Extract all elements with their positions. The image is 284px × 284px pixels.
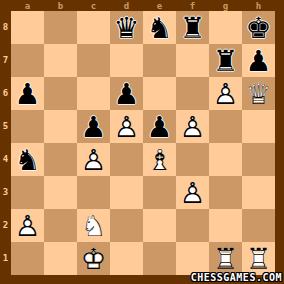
- file-label-d: d: [110, 0, 143, 11]
- square-d3[interactable]: [110, 176, 143, 209]
- piece-white-queen-icon: ♛: [242, 77, 275, 110]
- file-label-f: f: [176, 0, 209, 11]
- site-watermark: CHESSGAMES.COM: [191, 272, 282, 284]
- square-h5[interactable]: [242, 110, 275, 143]
- piece-white-pawn-icon: ♟: [77, 143, 110, 176]
- piece-white-bishop-icon: ♝: [143, 143, 176, 176]
- square-e7[interactable]: [143, 44, 176, 77]
- square-d1[interactable]: [110, 242, 143, 275]
- chess-diagram: abcdefgh 87654321 ♛♞♜♚♜♟♟♟♟♙♛♕♟♟♙♟♟♙♞♟♙♝…: [0, 0, 284, 284]
- piece-black-pawn-on-d6[interactable]: ♟: [110, 77, 143, 110]
- piece-white-pawn-icon: ♟: [11, 209, 44, 242]
- piece-black-pawn-on-c5[interactable]: ♟: [77, 110, 110, 143]
- rank-label-1: 1: [0, 242, 11, 275]
- piece-white-pawn-on-d5[interactable]: ♟♙: [110, 110, 143, 143]
- rank-label-3: 3: [0, 176, 11, 209]
- piece-white-pawn-icon: ♟: [176, 110, 209, 143]
- square-e6[interactable]: [143, 77, 176, 110]
- rank-label-5: 5: [0, 110, 11, 143]
- piece-white-queen-outline-icon: ♕: [242, 77, 275, 110]
- rank-label-4: 4: [0, 143, 11, 176]
- square-a8[interactable]: [11, 11, 44, 44]
- piece-black-knight-on-a4[interactable]: ♞: [11, 143, 44, 176]
- square-f7[interactable]: [176, 44, 209, 77]
- rank-label-6: 6: [0, 77, 11, 110]
- piece-black-pawn-icon: ♟: [110, 77, 143, 110]
- square-d7[interactable]: [110, 44, 143, 77]
- piece-white-pawn-outline-icon: ♙: [110, 110, 143, 143]
- piece-black-pawn-icon: ♟: [11, 77, 44, 110]
- piece-white-queen-on-h6[interactable]: ♛♕: [242, 77, 275, 110]
- file-label-h: h: [242, 0, 275, 11]
- square-e2[interactable]: [143, 209, 176, 242]
- piece-black-rook-on-f8[interactable]: ♜: [176, 11, 209, 44]
- piece-white-pawn-outline-icon: ♙: [176, 110, 209, 143]
- piece-black-king-icon: ♚: [242, 11, 275, 44]
- file-label-c: c: [77, 0, 110, 11]
- square-b7[interactable]: [44, 44, 77, 77]
- piece-white-pawn-on-c4[interactable]: ♟♙: [77, 143, 110, 176]
- piece-white-pawn-icon: ♟: [209, 77, 242, 110]
- square-b3[interactable]: [44, 176, 77, 209]
- piece-black-pawn-icon: ♟: [242, 44, 275, 77]
- piece-black-pawn-on-h7[interactable]: ♟: [242, 44, 275, 77]
- square-a1[interactable]: [11, 242, 44, 275]
- square-b1[interactable]: [44, 242, 77, 275]
- piece-black-rook-icon: ♜: [209, 44, 242, 77]
- square-c7[interactable]: [77, 44, 110, 77]
- piece-white-rook-icon: ♜: [209, 242, 242, 275]
- square-b5[interactable]: [44, 110, 77, 143]
- piece-black-queen-icon: ♛: [110, 11, 143, 44]
- square-a7[interactable]: [11, 44, 44, 77]
- square-g5[interactable]: [209, 110, 242, 143]
- piece-white-knight-outline-icon: ♘: [77, 209, 110, 242]
- chess-board: ♛♞♜♚♜♟♟♟♟♙♛♕♟♟♙♟♟♙♞♟♙♝♗♟♙♟♙♞♘♚♔♜♖♜♖: [11, 11, 275, 275]
- piece-white-bishop-on-e4[interactable]: ♝♗: [143, 143, 176, 176]
- piece-black-pawn-icon: ♟: [77, 110, 110, 143]
- piece-white-pawn-on-g6[interactable]: ♟♙: [209, 77, 242, 110]
- square-g4[interactable]: [209, 143, 242, 176]
- piece-white-pawn-outline-icon: ♙: [11, 209, 44, 242]
- rank-label-8: 8: [0, 11, 11, 44]
- piece-black-knight-icon: ♞: [11, 143, 44, 176]
- square-b6[interactable]: [44, 77, 77, 110]
- piece-black-rook-icon: ♜: [176, 11, 209, 44]
- file-label-a: a: [11, 0, 44, 11]
- piece-white-knight-icon: ♞: [77, 209, 110, 242]
- piece-white-pawn-on-f5[interactable]: ♟♙: [176, 110, 209, 143]
- piece-white-pawn-icon: ♟: [110, 110, 143, 143]
- piece-white-pawn-outline-icon: ♙: [209, 77, 242, 110]
- piece-white-knight-on-c2[interactable]: ♞♘: [77, 209, 110, 242]
- square-h4[interactable]: [242, 143, 275, 176]
- piece-white-rook-on-h1[interactable]: ♜♖: [242, 242, 275, 275]
- piece-black-pawn-on-e5[interactable]: ♟: [143, 110, 176, 143]
- square-e3[interactable]: [143, 176, 176, 209]
- square-f2[interactable]: [176, 209, 209, 242]
- square-c8[interactable]: [77, 11, 110, 44]
- piece-black-pawn-on-a6[interactable]: ♟: [11, 77, 44, 110]
- piece-black-king-on-h8[interactable]: ♚: [242, 11, 275, 44]
- piece-white-rook-icon: ♜: [242, 242, 275, 275]
- piece-white-rook-outline-icon: ♖: [209, 242, 242, 275]
- square-h3[interactable]: [242, 176, 275, 209]
- square-c6[interactable]: [77, 77, 110, 110]
- square-d2[interactable]: [110, 209, 143, 242]
- piece-white-pawn-on-a2[interactable]: ♟♙: [11, 209, 44, 242]
- piece-black-knight-on-e8[interactable]: ♞: [143, 11, 176, 44]
- square-e1[interactable]: [143, 242, 176, 275]
- rank-label-7: 7: [0, 44, 11, 77]
- piece-black-queen-on-d8[interactable]: ♛: [110, 11, 143, 44]
- square-b8[interactable]: [44, 11, 77, 44]
- piece-black-knight-icon: ♞: [143, 11, 176, 44]
- square-g3[interactable]: [209, 176, 242, 209]
- piece-white-pawn-outline-icon: ♙: [77, 143, 110, 176]
- piece-white-pawn-on-f3[interactable]: ♟♙: [176, 176, 209, 209]
- square-g2[interactable]: [209, 209, 242, 242]
- piece-white-rook-on-g1[interactable]: ♜♖: [209, 242, 242, 275]
- file-label-g: g: [209, 0, 242, 11]
- piece-white-bishop-outline-icon: ♗: [143, 143, 176, 176]
- square-h2[interactable]: [242, 209, 275, 242]
- square-a3[interactable]: [11, 176, 44, 209]
- square-c3[interactable]: [77, 176, 110, 209]
- square-f1[interactable]: [176, 242, 209, 275]
- square-f4[interactable]: [176, 143, 209, 176]
- rank-label-2: 2: [0, 209, 11, 242]
- square-b4[interactable]: [44, 143, 77, 176]
- piece-white-king-icon: ♚: [77, 242, 110, 275]
- piece-black-pawn-icon: ♟: [143, 110, 176, 143]
- file-label-b: b: [44, 0, 77, 11]
- piece-white-pawn-icon: ♟: [176, 176, 209, 209]
- square-a5[interactable]: [11, 110, 44, 143]
- square-b2[interactable]: [44, 209, 77, 242]
- piece-white-king-on-c1[interactable]: ♚♔: [77, 242, 110, 275]
- file-label-e: e: [143, 0, 176, 11]
- square-d4[interactable]: [110, 143, 143, 176]
- piece-black-rook-on-g7[interactable]: ♜: [209, 44, 242, 77]
- piece-white-king-outline-icon: ♔: [77, 242, 110, 275]
- square-g8[interactable]: [209, 11, 242, 44]
- piece-white-rook-outline-icon: ♖: [242, 242, 275, 275]
- square-f6[interactable]: [176, 77, 209, 110]
- piece-white-pawn-outline-icon: ♙: [176, 176, 209, 209]
